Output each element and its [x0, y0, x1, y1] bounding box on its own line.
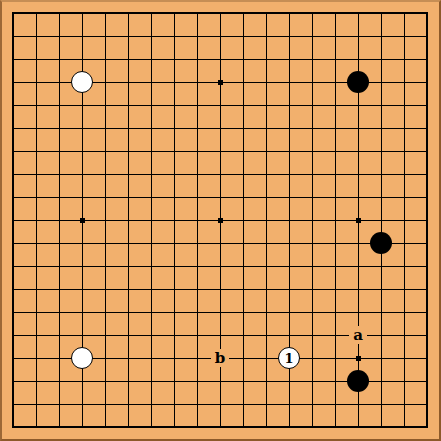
- grid-line-vertical: [381, 12, 382, 428]
- grid-line-horizontal: [12, 426, 428, 428]
- white-stone: [71, 71, 93, 93]
- grid-line-horizontal: [12, 312, 428, 313]
- white-stone-move-1: 1: [278, 347, 300, 369]
- grid-line-horizontal: [12, 289, 428, 290]
- grid-line-horizontal: [12, 266, 428, 267]
- star-point: [356, 218, 361, 223]
- star-point: [218, 80, 223, 85]
- star-point: [80, 218, 85, 223]
- grid-line-horizontal: [12, 404, 428, 405]
- white-stone: [71, 347, 93, 369]
- grid-line-vertical: [404, 12, 405, 428]
- grid-line-vertical: [426, 12, 428, 428]
- grid-line-vertical: [266, 12, 267, 428]
- grid-line-horizontal: [12, 243, 428, 244]
- black-stone: [347, 370, 369, 392]
- black-stone: [347, 71, 369, 93]
- go-board: ab1: [0, 0, 441, 441]
- label-a: a: [349, 326, 367, 344]
- star-point: [356, 356, 361, 361]
- black-stone: [370, 232, 392, 254]
- grid-line-vertical: [243, 12, 244, 428]
- grid-line-vertical: [335, 12, 336, 428]
- star-point: [218, 218, 223, 223]
- label-b: b: [211, 349, 229, 367]
- grid-line-vertical: [312, 12, 313, 428]
